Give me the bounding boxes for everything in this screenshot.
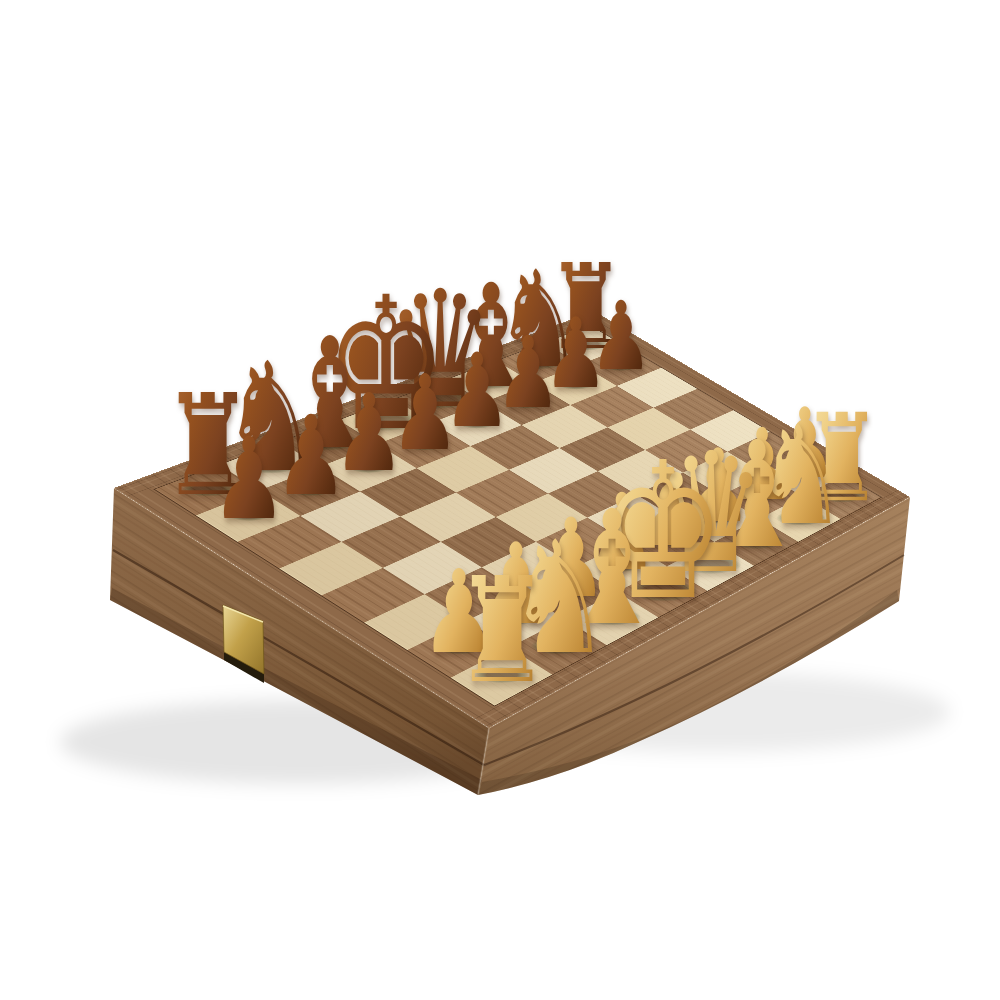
piece-white-rook-h1[interactable]: ♜ xyxy=(454,558,550,703)
piece-black-pawn-h7[interactable]: ♟ xyxy=(212,423,287,536)
product-photo-stage: ♜♞♟♝♟♛♟♚♟♝♟♞♟♟♜♟♟♜♟♟♞♟♝♛♟♚♟♝♟♞♟♜ xyxy=(0,0,1000,1000)
